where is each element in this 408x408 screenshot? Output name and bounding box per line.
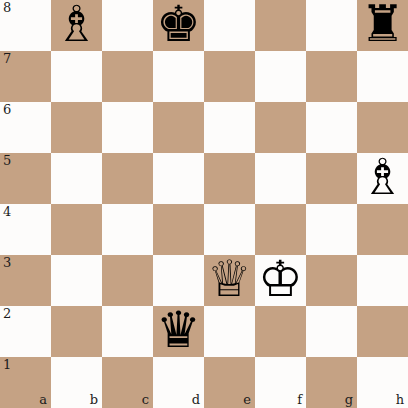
square-f8[interactable] <box>255 0 306 51</box>
square-e6[interactable] <box>204 102 255 153</box>
black-rook-h8: ♜ <box>360 0 405 50</box>
square-h6[interactable] <box>357 102 408 153</box>
file-label-f: f <box>297 392 302 408</box>
square-e8[interactable] <box>204 0 255 51</box>
square-h2[interactable] <box>357 306 408 357</box>
square-d4[interactable] <box>153 204 204 255</box>
rank-label-5: 5 <box>3 153 11 169</box>
rank-label-1: 1 <box>3 357 11 373</box>
file-label-a: a <box>39 392 47 408</box>
square-a4[interactable]: 4 <box>0 204 51 255</box>
square-g2[interactable] <box>306 306 357 357</box>
square-d3[interactable] <box>153 255 204 306</box>
black-king-d8: ♚ <box>156 0 201 50</box>
square-c7[interactable] <box>102 51 153 102</box>
square-g7[interactable] <box>306 51 357 102</box>
square-c4[interactable] <box>102 204 153 255</box>
file-label-d: d <box>192 392 200 408</box>
square-e1[interactable]: e <box>204 357 255 408</box>
file-label-g: g <box>345 392 353 408</box>
square-g1[interactable]: g <box>306 357 357 408</box>
square-e7[interactable] <box>204 51 255 102</box>
square-g5[interactable] <box>306 153 357 204</box>
square-b1[interactable]: b <box>51 357 102 408</box>
square-b6[interactable] <box>51 102 102 153</box>
square-c6[interactable] <box>102 102 153 153</box>
square-f1[interactable]: f <box>255 357 306 408</box>
square-f2[interactable] <box>255 306 306 357</box>
square-d2[interactable]: ♛ <box>153 306 204 357</box>
square-e5[interactable] <box>204 153 255 204</box>
square-d8[interactable]: ♚ <box>153 0 204 51</box>
square-b4[interactable] <box>51 204 102 255</box>
square-a7[interactable]: 7 <box>0 51 51 102</box>
square-a5[interactable]: 5 <box>0 153 51 204</box>
file-label-e: e <box>243 392 251 408</box>
square-a3[interactable]: 3 <box>0 255 51 306</box>
square-b8[interactable]: ♗ <box>51 0 102 51</box>
square-f5[interactable] <box>255 153 306 204</box>
square-c8[interactable] <box>102 0 153 51</box>
square-c2[interactable] <box>102 306 153 357</box>
rank-label-7: 7 <box>3 51 11 67</box>
square-d5[interactable] <box>153 153 204 204</box>
square-a1[interactable]: 1a <box>0 357 51 408</box>
rank-label-4: 4 <box>3 204 11 220</box>
square-f7[interactable] <box>255 51 306 102</box>
square-b5[interactable] <box>51 153 102 204</box>
chess-board: 8♗♚♜765♗43♕♔2♛1abcdefgh <box>0 0 408 408</box>
square-h3[interactable] <box>357 255 408 306</box>
square-h5[interactable]: ♗ <box>357 153 408 204</box>
square-b3[interactable] <box>51 255 102 306</box>
square-a6[interactable]: 6 <box>0 102 51 153</box>
square-g8[interactable] <box>306 0 357 51</box>
square-d6[interactable] <box>153 102 204 153</box>
rank-label-3: 3 <box>3 255 11 271</box>
rank-label-8: 8 <box>3 0 11 16</box>
square-c5[interactable] <box>102 153 153 204</box>
square-f6[interactable] <box>255 102 306 153</box>
square-a8[interactable]: 8 <box>0 0 51 51</box>
square-g4[interactable] <box>306 204 357 255</box>
square-h8[interactable]: ♜ <box>357 0 408 51</box>
square-d7[interactable] <box>153 51 204 102</box>
square-f4[interactable] <box>255 204 306 255</box>
square-c1[interactable]: c <box>102 357 153 408</box>
square-g3[interactable] <box>306 255 357 306</box>
square-f3[interactable]: ♔ <box>255 255 306 306</box>
file-label-c: c <box>142 392 149 408</box>
square-e3[interactable]: ♕ <box>204 255 255 306</box>
rank-label-2: 2 <box>3 306 11 322</box>
white-king-f3: ♔ <box>258 254 303 305</box>
rank-label-6: 6 <box>3 102 11 118</box>
square-b2[interactable] <box>51 306 102 357</box>
square-a2[interactable]: 2 <box>0 306 51 357</box>
square-c3[interactable] <box>102 255 153 306</box>
square-g6[interactable] <box>306 102 357 153</box>
white-bishop-b8: ♗ <box>54 0 99 50</box>
square-e2[interactable] <box>204 306 255 357</box>
square-h1[interactable]: h <box>357 357 408 408</box>
square-d1[interactable]: d <box>153 357 204 408</box>
file-label-b: b <box>90 392 98 408</box>
black-queen-d2: ♛ <box>156 305 201 356</box>
square-e4[interactable] <box>204 204 255 255</box>
square-h7[interactable] <box>357 51 408 102</box>
white-queen-e3: ♕ <box>207 254 252 305</box>
white-bishop-h5: ♗ <box>360 152 405 203</box>
square-h4[interactable] <box>357 204 408 255</box>
file-label-h: h <box>396 392 404 408</box>
square-b7[interactable] <box>51 51 102 102</box>
